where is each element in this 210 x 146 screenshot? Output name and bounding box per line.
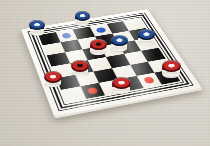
piece-top-cap [112, 77, 131, 89]
piece-red-3[interactable] [44, 71, 62, 85]
piece-top-cap [44, 71, 62, 83]
printed-dot-blue-icon [96, 27, 107, 33]
piece-top-cap [162, 60, 181, 72]
piece-blue-3[interactable] [111, 35, 128, 50]
piece-top-cap [90, 39, 107, 50]
printed-dot-blue-icon [61, 33, 72, 39]
piece-red-2[interactable] [71, 60, 89, 74]
printed-dot-red-icon [87, 87, 99, 95]
piece-red-4[interactable] [112, 77, 131, 92]
piece-top-cap [29, 20, 45, 30]
piece-blue-1[interactable] [29, 20, 45, 34]
piece-red-5[interactable] [162, 60, 181, 76]
piece-top-cap [138, 29, 155, 40]
piece-top-cap [75, 11, 90, 21]
piece-blue-4[interactable] [138, 29, 155, 43]
piece-top-cap [71, 60, 89, 72]
table-surface [0, 0, 210, 146]
piece-top-cap [111, 35, 128, 46]
printed-dot-red-icon [143, 77, 155, 84]
piece-red-1[interactable] [90, 39, 107, 53]
piece-blue-2[interactable] [75, 11, 90, 24]
